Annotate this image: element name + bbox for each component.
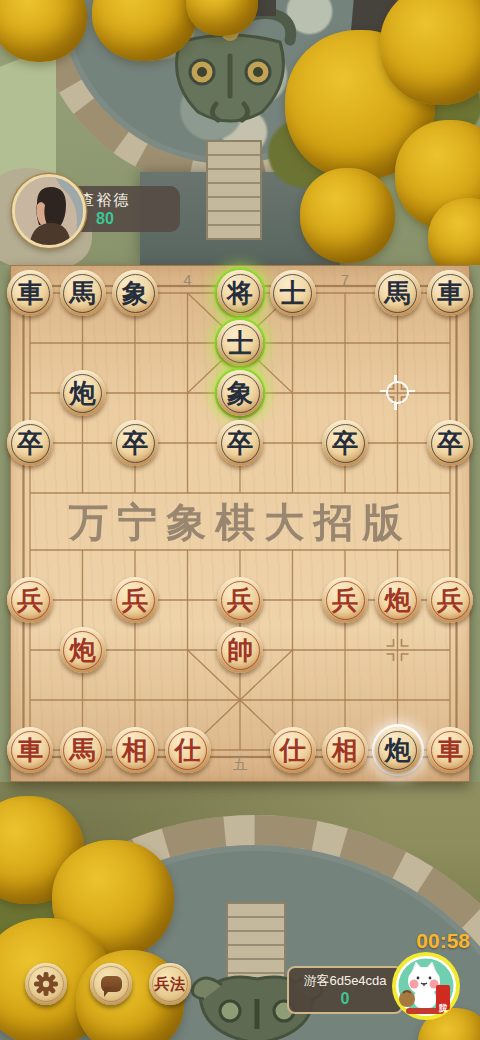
gear-icon <box>33 971 59 997</box>
piece-炮[interactable]: 炮 <box>60 370 106 416</box>
piece-馬[interactable]: 馬 <box>375 270 421 316</box>
piece-卒[interactable]: 卒 <box>427 420 473 466</box>
move-origin-marker <box>386 381 409 404</box>
opponent-avatar[interactable] <box>12 174 86 248</box>
piece-士[interactable]: 士 <box>217 320 263 366</box>
game-screen: 查裕德 80 万宁象棋大招版 4 7 五 車馬象将士馬車士炮象卒卒卒卒卒兵兵兵兵… <box>0 0 480 1040</box>
piece-卒[interactable]: 卒 <box>217 420 263 466</box>
stone-steps <box>206 140 262 240</box>
piece-相[interactable]: 相 <box>322 727 368 773</box>
piece-馬[interactable]: 馬 <box>60 270 106 316</box>
piece-兵[interactable]: 兵 <box>112 577 158 623</box>
piece-炮[interactable]: 炮 <box>60 627 106 673</box>
piece-兵[interactable]: 兵 <box>322 577 368 623</box>
piece-馬[interactable]: 馬 <box>60 727 106 773</box>
move-timer: 00:58 <box>390 929 470 953</box>
portrait-woman <box>15 177 83 245</box>
piece-兵[interactable]: 兵 <box>217 577 263 623</box>
piece-車[interactable]: 車 <box>427 727 473 773</box>
piece-炮[interactable]: 炮 <box>375 727 421 773</box>
piece-車[interactable]: 車 <box>7 727 53 773</box>
piece-炮[interactable]: 炮 <box>375 577 421 623</box>
piece-帥[interactable]: 帥 <box>217 627 263 673</box>
piece-兵[interactable]: 兵 <box>427 577 473 623</box>
self-name: 游客6d5e4cda <box>289 972 401 990</box>
settings-button[interactable] <box>25 963 67 1005</box>
piece-象[interactable]: 象 <box>217 370 263 416</box>
piece-象[interactable]: 象 <box>112 270 158 316</box>
piece-仕[interactable]: 仕 <box>165 727 211 773</box>
piece-将[interactable]: 将 <box>217 270 263 316</box>
self-score: 0 <box>289 990 401 1008</box>
piece-車[interactable]: 車 <box>427 270 473 316</box>
self-avatar[interactable]: 脱贫 <box>390 950 462 1022</box>
piece-卒[interactable]: 卒 <box>112 420 158 466</box>
speech-bubble-icon <box>101 976 122 992</box>
self-plate: 游客6d5e4cda 0 <box>287 966 403 1014</box>
piece-卒[interactable]: 卒 <box>322 420 368 466</box>
piece-兵[interactable]: 兵 <box>7 577 53 623</box>
piece-相[interactable]: 相 <box>112 727 158 773</box>
xiangqi-board[interactable]: 万宁象棋大招版 4 7 五 車馬象将士馬車士炮象卒卒卒卒卒兵兵兵兵炮兵炮帥車馬相… <box>10 265 470 782</box>
piece-車[interactable]: 車 <box>7 270 53 316</box>
tactics-label: 兵法 <box>154 975 186 994</box>
tactics-button[interactable]: 兵法 <box>149 963 191 1005</box>
autumn-tree <box>300 168 395 263</box>
piece-仕[interactable]: 仕 <box>270 727 316 773</box>
piece-士[interactable]: 士 <box>270 270 316 316</box>
chat-button[interactable] <box>90 963 132 1005</box>
piece-卒[interactable]: 卒 <box>7 420 53 466</box>
pieces-layer: 車馬象将士馬車士炮象卒卒卒卒卒兵兵兵兵炮兵炮帥車馬相仕仕相炮車 <box>10 265 470 782</box>
